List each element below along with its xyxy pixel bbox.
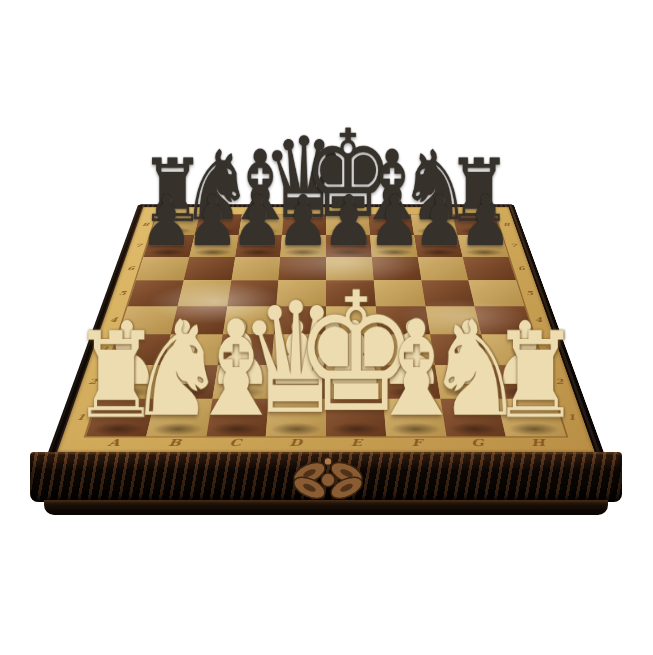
- file-label: H: [506, 437, 571, 451]
- square-h6: [463, 257, 516, 281]
- square-g6: [417, 257, 468, 281]
- chess-set-photo: ♜♞♝♛♚♝♞♜♟♟♟♟♟♟♟♟♟♟♟♟♟♟♟♟♜♞♝♛♚♝♞♜ ABCDEFG…: [0, 0, 653, 655]
- file-label: D: [265, 437, 326, 451]
- square-c7: ♟: [235, 235, 282, 257]
- square-d7: ♟: [280, 235, 326, 257]
- square-e7: ♟: [326, 235, 372, 257]
- square-h7: ♟: [458, 235, 509, 257]
- square-h1: ♜: [497, 399, 566, 436]
- file-label: F: [386, 437, 448, 451]
- board-grid: ♜♞♝♛♚♝♞♜♟♟♟♟♟♟♟♟♟♟♟♟♟♟♟♟♜♞♝♛♚♝♞♜: [86, 215, 566, 437]
- clasp-icon: [284, 452, 372, 506]
- square-f7: ♟: [370, 235, 417, 257]
- square-g7: ♟: [414, 235, 463, 257]
- square-a6: [136, 257, 189, 281]
- file-label: G: [446, 437, 510, 451]
- file-label: E: [326, 437, 387, 451]
- file-labels: ABCDEFGH: [81, 437, 571, 451]
- board-scene: ♜♞♝♛♚♝♞♜♟♟♟♟♟♟♟♟♟♟♟♟♟♟♟♟♜♞♝♛♚♝♞♜ ABCDEFG…: [46, 0, 606, 458]
- file-label: B: [142, 437, 206, 451]
- file-label: A: [81, 437, 146, 451]
- square-b6: [183, 257, 234, 281]
- file-label: C: [204, 437, 266, 451]
- chess-board: ♜♞♝♛♚♝♞♜♟♟♟♟♟♟♟♟♟♟♟♟♟♟♟♟♜♞♝♛♚♝♞♜ ABCDEFG…: [46, 204, 606, 458]
